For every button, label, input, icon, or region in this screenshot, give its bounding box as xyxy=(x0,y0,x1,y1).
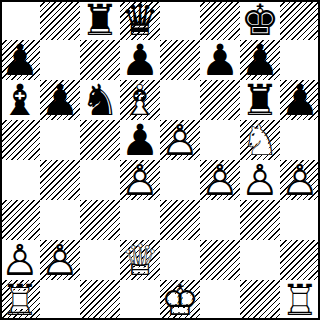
white-knight-fill: ♞ xyxy=(240,120,280,160)
chess-board: ♜♛♚♟♟♟♟♝♟♞♝♗♜♟♟♟♙♞♘♟♙♟♙♟♙♟♙♟♙♟♙♛♕♜♖♚♔♜♖ xyxy=(0,0,320,320)
square-a8[interactable] xyxy=(0,0,40,40)
square-g8[interactable]: ♚ xyxy=(240,0,280,40)
square-b2[interactable]: ♟♙ xyxy=(40,240,80,280)
white-pawn-fill: ♟ xyxy=(240,160,280,200)
white-king-piece: ♚♔ xyxy=(160,280,200,320)
square-d1[interactable] xyxy=(120,280,160,320)
white-rook-glyph: ♖ xyxy=(0,280,40,320)
square-b8[interactable] xyxy=(40,0,80,40)
white-pawn-fill: ♟ xyxy=(200,160,240,200)
square-g7[interactable]: ♟ xyxy=(240,40,280,80)
white-pawn-piece: ♟♙ xyxy=(200,160,240,200)
square-d6[interactable]: ♝♗ xyxy=(120,80,160,120)
square-h1[interactable]: ♜♖ xyxy=(280,280,320,320)
black-pawn-piece: ♟ xyxy=(200,40,240,80)
white-knight-piece: ♞♘ xyxy=(240,120,280,160)
square-c1[interactable] xyxy=(80,280,120,320)
square-d2[interactable]: ♛♕ xyxy=(120,240,160,280)
square-g2[interactable] xyxy=(240,240,280,280)
square-b1[interactable] xyxy=(40,280,80,320)
black-pawn-glyph: ♟ xyxy=(240,40,280,80)
white-pawn-piece: ♟♙ xyxy=(280,160,320,200)
black-rook-glyph: ♜ xyxy=(240,80,280,120)
white-pawn-glyph: ♙ xyxy=(280,160,320,200)
square-b3[interactable] xyxy=(40,200,80,240)
black-king-piece: ♚ xyxy=(240,0,280,40)
square-b5[interactable] xyxy=(40,120,80,160)
black-pawn-glyph: ♟ xyxy=(120,40,160,80)
square-a3[interactable] xyxy=(0,200,40,240)
square-e7[interactable] xyxy=(160,40,200,80)
square-f3[interactable] xyxy=(200,200,240,240)
square-e8[interactable] xyxy=(160,0,200,40)
square-f1[interactable] xyxy=(200,280,240,320)
square-g1[interactable] xyxy=(240,280,280,320)
white-pawn-glyph: ♙ xyxy=(200,160,240,200)
square-e6[interactable] xyxy=(160,80,200,120)
white-pawn-piece: ♟♙ xyxy=(40,240,80,280)
white-king-glyph: ♔ xyxy=(160,280,200,320)
square-e5[interactable]: ♟♙ xyxy=(160,120,200,160)
black-rook-glyph: ♜ xyxy=(80,0,120,40)
square-e4[interactable] xyxy=(160,160,200,200)
black-bishop-piece: ♝ xyxy=(0,80,40,120)
black-pawn-piece: ♟ xyxy=(120,40,160,80)
square-d7[interactable]: ♟ xyxy=(120,40,160,80)
white-queen-glyph: ♕ xyxy=(120,240,160,280)
square-h7[interactable] xyxy=(280,40,320,80)
square-c8[interactable]: ♜ xyxy=(80,0,120,40)
square-g5[interactable]: ♞♘ xyxy=(240,120,280,160)
square-b4[interactable] xyxy=(40,160,80,200)
white-pawn-glyph: ♙ xyxy=(40,240,80,280)
square-a4[interactable] xyxy=(0,160,40,200)
square-b7[interactable] xyxy=(40,40,80,80)
square-f7[interactable]: ♟ xyxy=(200,40,240,80)
black-rook-piece: ♜ xyxy=(240,80,280,120)
black-pawn-piece: ♟ xyxy=(120,120,160,160)
black-queen-glyph: ♛ xyxy=(120,0,160,40)
black-pawn-glyph: ♟ xyxy=(0,40,40,80)
black-pawn-piece: ♟ xyxy=(280,80,320,120)
black-pawn-glyph: ♟ xyxy=(280,80,320,120)
black-pawn-piece: ♟ xyxy=(40,80,80,120)
black-rook-piece: ♜ xyxy=(80,0,120,40)
square-a6[interactable]: ♝ xyxy=(0,80,40,120)
white-king-fill: ♚ xyxy=(160,280,200,320)
square-f5[interactable] xyxy=(200,120,240,160)
square-a1[interactable]: ♜♖ xyxy=(0,280,40,320)
white-knight-glyph: ♘ xyxy=(240,120,280,160)
square-g6[interactable]: ♜ xyxy=(240,80,280,120)
square-c4[interactable] xyxy=(80,160,120,200)
square-e2[interactable] xyxy=(160,240,200,280)
black-pawn-piece: ♟ xyxy=(240,40,280,80)
square-d3[interactable] xyxy=(120,200,160,240)
square-c3[interactable] xyxy=(80,200,120,240)
square-a2[interactable]: ♟♙ xyxy=(0,240,40,280)
square-h6[interactable]: ♟ xyxy=(280,80,320,120)
white-pawn-fill: ♟ xyxy=(0,240,40,280)
square-f8[interactable] xyxy=(200,0,240,40)
square-c7[interactable] xyxy=(80,40,120,80)
square-f6[interactable] xyxy=(200,80,240,120)
white-rook-piece: ♜♖ xyxy=(0,280,40,320)
white-pawn-glyph: ♙ xyxy=(0,240,40,280)
square-f2[interactable] xyxy=(200,240,240,280)
square-g3[interactable] xyxy=(240,200,280,240)
black-pawn-glyph: ♟ xyxy=(40,80,80,120)
white-bishop-glyph: ♗ xyxy=(120,80,160,120)
white-pawn-piece: ♟♙ xyxy=(120,160,160,200)
white-pawn-piece: ♟♙ xyxy=(160,120,200,160)
square-g4[interactable]: ♟♙ xyxy=(240,160,280,200)
white-pawn-piece: ♟♙ xyxy=(240,160,280,200)
white-pawn-fill: ♟ xyxy=(120,160,160,200)
square-d8[interactable]: ♛ xyxy=(120,0,160,40)
white-rook-piece: ♜♖ xyxy=(280,280,320,320)
black-bishop-glyph: ♝ xyxy=(0,80,40,120)
square-a5[interactable] xyxy=(0,120,40,160)
square-h4[interactable]: ♟♙ xyxy=(280,160,320,200)
square-h8[interactable] xyxy=(280,0,320,40)
black-pawn-piece: ♟ xyxy=(0,40,40,80)
square-h3[interactable] xyxy=(280,200,320,240)
black-pawn-glyph: ♟ xyxy=(200,40,240,80)
square-c6[interactable]: ♞ xyxy=(80,80,120,120)
black-queen-piece: ♛ xyxy=(120,0,160,40)
white-pawn-piece: ♟♙ xyxy=(0,240,40,280)
black-pawn-glyph: ♟ xyxy=(120,120,160,160)
black-king-glyph: ♚ xyxy=(240,0,280,40)
white-pawn-fill: ♟ xyxy=(280,160,320,200)
white-pawn-glyph: ♙ xyxy=(160,120,200,160)
black-knight-glyph: ♞ xyxy=(80,80,120,120)
white-bishop-piece: ♝♗ xyxy=(120,80,160,120)
white-pawn-glyph: ♙ xyxy=(120,160,160,200)
white-pawn-glyph: ♙ xyxy=(240,160,280,200)
white-rook-fill: ♜ xyxy=(0,280,40,320)
square-e3[interactable] xyxy=(160,200,200,240)
square-f4[interactable]: ♟♙ xyxy=(200,160,240,200)
white-pawn-fill: ♟ xyxy=(160,120,200,160)
black-knight-piece: ♞ xyxy=(80,80,120,120)
white-pawn-fill: ♟ xyxy=(40,240,80,280)
square-b6[interactable]: ♟ xyxy=(40,80,80,120)
square-e1[interactable]: ♚♔ xyxy=(160,280,200,320)
square-c5[interactable] xyxy=(80,120,120,160)
square-d4[interactable]: ♟♙ xyxy=(120,160,160,200)
white-rook-glyph: ♖ xyxy=(280,280,320,320)
square-d5[interactable]: ♟ xyxy=(120,120,160,160)
square-h2[interactable] xyxy=(280,240,320,280)
square-h5[interactable] xyxy=(280,120,320,160)
square-a7[interactable]: ♟ xyxy=(0,40,40,80)
white-bishop-fill: ♝ xyxy=(120,80,160,120)
white-rook-fill: ♜ xyxy=(280,280,320,320)
white-queen-fill: ♛ xyxy=(120,240,160,280)
square-c2[interactable] xyxy=(80,240,120,280)
white-queen-piece: ♛♕ xyxy=(120,240,160,280)
